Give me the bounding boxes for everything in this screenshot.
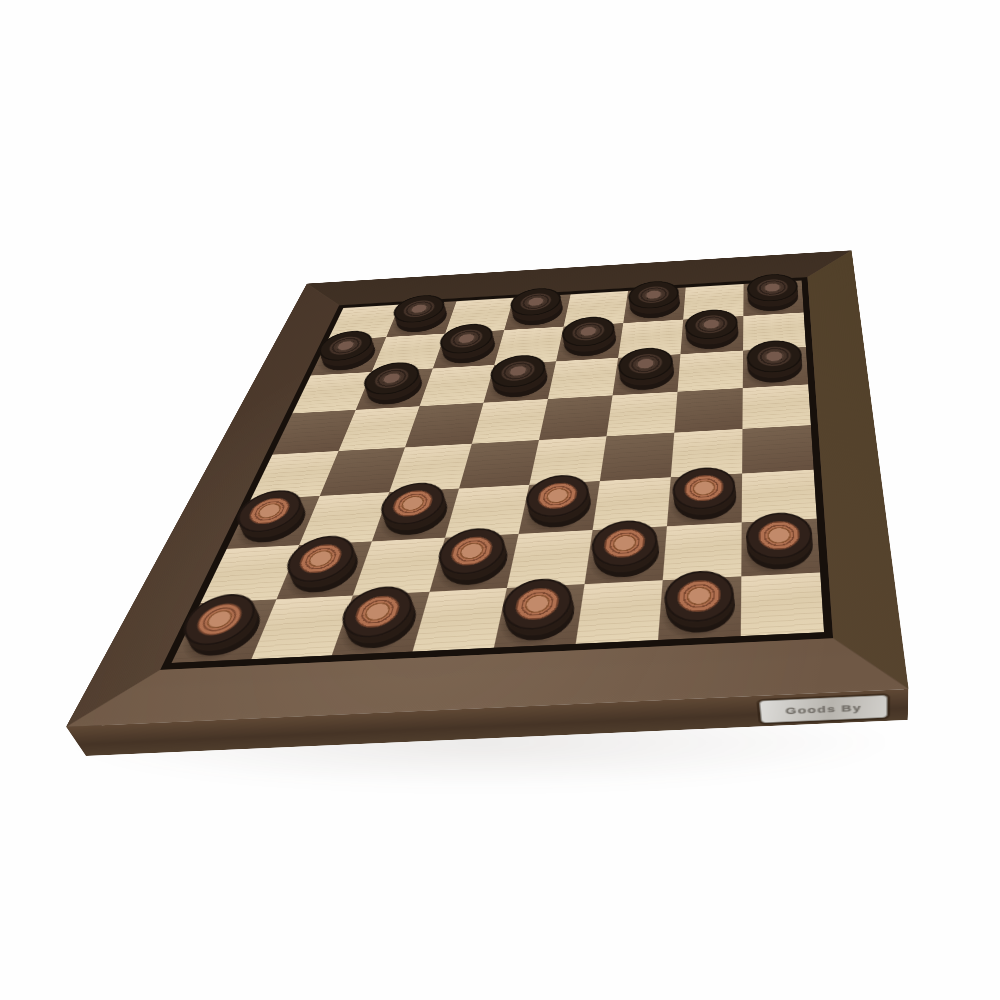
checker-dark-f8[interactable] [628,290,681,320]
checker-red-b2[interactable] [284,545,365,594]
scene: Goods By [0,0,1000,1000]
checker-red-g3[interactable] [673,477,737,522]
brand-plate: Goods By [759,695,888,723]
brand-plate-label: Goods By [785,703,862,716]
photo-background: Goods By [0,0,1000,1000]
checker-red-f2[interactable] [591,530,661,579]
checker-dark-h6[interactable] [748,350,804,385]
checker-red-d2[interactable] [436,538,512,587]
checker-dark-d8[interactable] [509,297,566,327]
checker-dark-b8[interactable] [392,304,452,334]
checker-red-a3[interactable] [234,500,313,545]
checker-dark-h8[interactable] [748,283,799,313]
checker-red-c3[interactable] [379,492,453,537]
checkers-board: Goods By [66,250,908,726]
checker-red-e3[interactable] [525,485,594,530]
checker-dark-c7[interactable] [438,333,499,366]
checker-red-c1[interactable] [339,596,422,650]
checker-dark-d6[interactable] [489,364,551,399]
checker-dark-b6[interactable] [362,371,428,406]
checker-dark-g7[interactable] [685,319,739,352]
checker-red-e1[interactable] [501,589,578,643]
checker-red-a1[interactable] [180,604,270,658]
checker-red-g1[interactable] [664,581,735,635]
